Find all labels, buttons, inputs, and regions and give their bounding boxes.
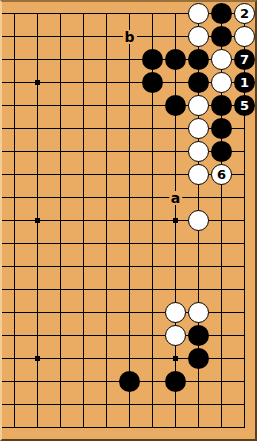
star-point: [35, 80, 40, 85]
stone-white: [234, 26, 255, 47]
stone-black: [165, 95, 186, 116]
stone-white: 2: [234, 3, 255, 24]
stone-white: 6: [211, 164, 232, 185]
stone-black: [119, 371, 140, 392]
grid-line-h: [2, 289, 245, 290]
grid-line-v: [83, 13, 84, 428]
stone-white: [188, 95, 209, 116]
move-number: 1: [240, 76, 249, 89]
stone-white: [165, 325, 186, 346]
grid-line-h: [2, 197, 245, 198]
move-number: 6: [217, 168, 226, 181]
point-label: b: [122, 30, 136, 44]
grid-line-v: [60, 13, 61, 428]
move-number: 5: [240, 99, 249, 112]
stone-white: [188, 3, 209, 24]
move-number: 7: [240, 53, 249, 66]
stone-black: [165, 371, 186, 392]
star-point: [35, 356, 40, 361]
stone-white: [188, 26, 209, 47]
stone-black: [211, 141, 232, 162]
grid-line-v: [106, 13, 107, 428]
stone-white: [211, 72, 232, 93]
stone-white: [188, 164, 209, 185]
point-label: a: [169, 191, 182, 205]
stone-black: [188, 72, 209, 93]
stone-black: [142, 72, 163, 93]
go-board: 27156ba: [0, 0, 257, 441]
stone-black: [211, 3, 232, 24]
stone-black: [211, 26, 232, 47]
stone-white: [211, 49, 232, 70]
grid-line-h: [2, 266, 245, 267]
stone-white: [188, 118, 209, 139]
grid-line-v: [14, 13, 15, 428]
stone-black: [188, 49, 209, 70]
grid-line-v: [129, 13, 130, 428]
grid-line-h: [2, 427, 245, 428]
go-diagram: 27156ba: [0, 0, 257, 441]
stone-black: [188, 348, 209, 369]
stone-black: [211, 118, 232, 139]
stone-white: [165, 302, 186, 323]
star-point: [173, 356, 178, 361]
stone-black: [211, 95, 232, 116]
stone-black: 7: [234, 49, 255, 70]
grid-line-h: [2, 404, 245, 405]
star-point: [173, 218, 178, 223]
stone-black: [142, 49, 163, 70]
stone-black: 5: [234, 95, 255, 116]
stone-black: [188, 325, 209, 346]
move-number: 2: [240, 7, 249, 20]
stone-white: [188, 302, 209, 323]
stone-white: [188, 210, 209, 231]
stone-white: [188, 141, 209, 162]
stone-black: [165, 49, 186, 70]
star-point: [35, 218, 40, 223]
grid-line-h: [2, 243, 245, 244]
stone-black: 1: [234, 72, 255, 93]
